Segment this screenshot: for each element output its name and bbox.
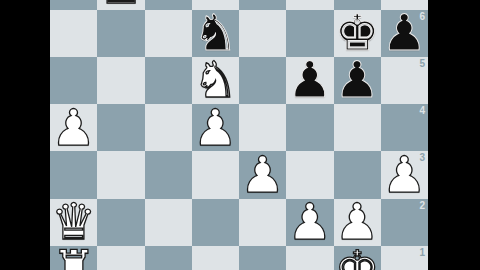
square-f7[interactable] — [286, 0, 333, 10]
square-f1[interactable] — [286, 246, 333, 270]
square-f3[interactable] — [286, 151, 333, 198]
square-f2[interactable]: ♟ — [286, 199, 333, 246]
square-h2[interactable] — [381, 199, 428, 246]
piece-black-pawn-g5[interactable]: ♟ — [334, 57, 381, 104]
square-g5[interactable]: ♟ — [334, 57, 381, 104]
square-b1[interactable] — [97, 246, 144, 270]
piece-white-pawn-h3[interactable]: ♟ — [381, 151, 428, 198]
square-a5[interactable] — [50, 57, 97, 104]
chess-board: ♜♞♚♟♞♟♟♟♟♟♟♛♟♟♜♚ — [50, 0, 428, 270]
square-d1[interactable] — [192, 246, 239, 270]
piece-black-pawn-f5[interactable]: ♟ — [286, 57, 333, 104]
piece-white-pawn-f2[interactable]: ♟ — [286, 199, 333, 246]
square-c3[interactable] — [145, 151, 192, 198]
square-h6[interactable]: ♟ — [381, 10, 428, 57]
square-e5[interactable] — [239, 57, 286, 104]
square-h4[interactable] — [381, 104, 428, 151]
square-g2[interactable]: ♟ — [334, 199, 381, 246]
square-f4[interactable] — [286, 104, 333, 151]
piece-white-knight-d5[interactable]: ♞ — [192, 57, 239, 104]
square-b7[interactable]: ♜ — [97, 0, 144, 10]
piece-white-rook-b7[interactable]: ♜ — [97, 0, 144, 10]
square-e2[interactable] — [239, 199, 286, 246]
square-h1[interactable] — [381, 246, 428, 270]
piece-white-pawn-d4[interactable]: ♟ — [192, 104, 239, 151]
square-c5[interactable] — [145, 57, 192, 104]
square-a1[interactable]: ♜ — [50, 246, 97, 270]
square-g6[interactable]: ♚ — [334, 10, 381, 57]
piece-white-pawn-a4[interactable]: ♟ — [50, 104, 97, 151]
square-h3[interactable]: ♟ — [381, 151, 428, 198]
piece-black-knight-d6[interactable]: ♞ — [192, 10, 239, 57]
piece-white-pawn-g2[interactable]: ♟ — [334, 199, 381, 246]
square-a4[interactable]: ♟ — [50, 104, 97, 151]
square-c4[interactable] — [145, 104, 192, 151]
square-c1[interactable] — [145, 246, 192, 270]
square-e4[interactable] — [239, 104, 286, 151]
piece-white-pawn-e3[interactable]: ♟ — [239, 151, 286, 198]
square-e1[interactable] — [239, 246, 286, 270]
square-b3[interactable] — [97, 151, 144, 198]
square-b2[interactable] — [97, 199, 144, 246]
chess-app-stage: ♜♞♚♟♞♟♟♟♟♟♟♛♟♟♜♚ 654321 — [0, 0, 480, 270]
square-c7[interactable] — [145, 0, 192, 10]
square-g1[interactable]: ♚ — [334, 246, 381, 270]
square-b6[interactable] — [97, 10, 144, 57]
square-b4[interactable] — [97, 104, 144, 151]
square-d6[interactable]: ♞ — [192, 10, 239, 57]
square-d2[interactable] — [192, 199, 239, 246]
square-d5[interactable]: ♞ — [192, 57, 239, 104]
piece-white-rook-a1[interactable]: ♜ — [50, 246, 97, 270]
square-d3[interactable] — [192, 151, 239, 198]
square-a7[interactable] — [50, 0, 97, 10]
piece-black-king-g6[interactable]: ♚ — [334, 10, 381, 57]
square-f5[interactable]: ♟ — [286, 57, 333, 104]
square-a2[interactable]: ♛ — [50, 199, 97, 246]
piece-white-king-g1[interactable]: ♚ — [334, 246, 381, 270]
square-d4[interactable]: ♟ — [192, 104, 239, 151]
square-g3[interactable] — [334, 151, 381, 198]
square-f6[interactable] — [286, 10, 333, 57]
square-e6[interactable] — [239, 10, 286, 57]
square-e3[interactable]: ♟ — [239, 151, 286, 198]
square-e7[interactable] — [239, 0, 286, 10]
square-a6[interactable] — [50, 10, 97, 57]
square-g4[interactable] — [334, 104, 381, 151]
piece-black-pawn-h6[interactable]: ♟ — [381, 10, 428, 57]
square-h5[interactable] — [381, 57, 428, 104]
square-c6[interactable] — [145, 10, 192, 57]
square-b5[interactable] — [97, 57, 144, 104]
square-c2[interactable] — [145, 199, 192, 246]
piece-white-queen-a2[interactable]: ♛ — [50, 199, 97, 246]
square-a3[interactable] — [50, 151, 97, 198]
